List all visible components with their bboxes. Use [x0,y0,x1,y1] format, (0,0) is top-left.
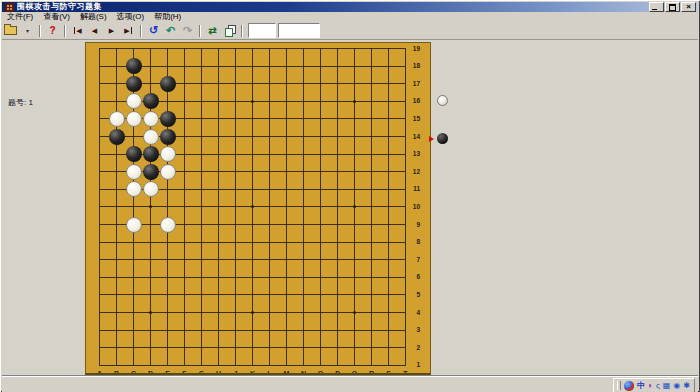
star-point [251,100,254,103]
toolbar-separator [39,25,41,37]
row-coordinate-label: 7 [404,256,420,264]
minimize-icon [652,9,657,10]
next-icon: ▶ [109,27,114,35]
row-coordinate-label: 4 [404,309,420,317]
white-stone[interactable] [160,164,176,180]
row-coordinate-label: 6 [404,273,420,281]
column-coordinate-label: O [317,370,325,375]
soft-keyboard-icon[interactable]: ▦ [663,381,671,391]
black-stone[interactable] [143,93,159,109]
question-mark-icon: ? [49,25,55,36]
swap-sides-button[interactable]: ⇄ [205,24,220,38]
column-coordinate-label: C [130,370,138,375]
column-coordinate-label: D [147,370,155,375]
white-stone[interactable] [126,181,142,197]
open-file-button[interactable] [3,24,18,38]
app-window: 围棋攻击与防守习题集 × 文件(F) 查看(V) 解题(S) 选项(O) 帮助(… [0,0,700,392]
white-stone[interactable] [126,93,142,109]
column-coordinate-label: M [283,370,291,375]
black-stone[interactable] [143,164,159,180]
restart-button[interactable]: ↺ [146,24,161,38]
toolbar: ▾ ? ◀ ◀ ▶ ▶ ↺ ↶ ↷ ⇄ [2,22,698,40]
column-coordinate-label: B [113,370,121,375]
menu-file[interactable]: 文件(F) [2,12,38,22]
white-stone[interactable] [160,146,176,162]
chinese-mode-icon[interactable]: 中 [637,381,645,391]
menu-options[interactable]: 选项(O) [112,12,150,22]
row-coordinate-label: 15 [404,115,420,123]
column-coordinate-label: F [181,370,189,375]
menu-help[interactable]: 帮助(H) [149,12,186,22]
white-stone[interactable] [126,217,142,233]
column-coordinate-label: H [215,370,223,375]
white-stone[interactable] [143,111,159,127]
row-coordinate-label: 11 [404,185,420,193]
toolbar-separator [241,25,243,37]
grip-handle-icon[interactable] [617,381,621,390]
row-coordinate-label: 14 [404,133,420,141]
row-coordinate-label: 13 [404,150,420,158]
black-player-indicator [437,133,448,144]
minimize-button[interactable] [649,2,664,12]
ime-punctuation-icon[interactable]: ς [656,381,660,391]
microphone-icon[interactable]: ◉ [673,381,680,391]
prev-problem-button[interactable]: ◀ [87,24,102,38]
swap-arrows-icon: ⇄ [208,25,216,36]
open-file-dropdown[interactable]: ▾ [20,24,35,38]
row-coordinate-label: 9 [404,221,420,229]
chevron-down-icon: ▾ [26,27,29,34]
black-stone[interactable] [126,146,142,162]
column-coordinate-label: A [96,370,104,375]
row-coordinate-label: 17 [404,80,420,88]
row-coordinate-label: 3 [404,326,420,334]
first-problem-button[interactable]: ◀ [70,24,85,38]
row-coordinate-label: 10 [404,203,420,211]
black-stone[interactable] [160,111,176,127]
column-coordinate-label: J [232,370,240,375]
problem-number-label: 题号: 1 [8,97,33,108]
window-title: 围棋攻击与防守习题集 [17,2,102,12]
last-problem-button[interactable]: ▶ [121,24,136,38]
next-problem-button[interactable]: ▶ [104,24,119,38]
column-coordinate-label: N [300,370,308,375]
white-stone[interactable] [109,111,125,127]
toolbar-separator [64,25,66,37]
turn-arrow-icon [429,136,434,142]
black-stone[interactable] [109,129,125,145]
language-globe-icon[interactable] [624,381,634,391]
column-coordinate-label: R [368,370,376,375]
column-coordinate-label: L [266,370,274,375]
first-icon: ◀ [73,27,81,35]
white-stone[interactable] [143,129,159,145]
title-bar[interactable]: 围棋攻击与防守习题集 × [2,2,698,12]
row-coordinate-label: 2 [404,344,420,352]
white-stone[interactable] [160,217,176,233]
column-coordinate-label: S [385,370,393,375]
star-point [353,311,356,314]
menu-solve[interactable]: 解题(S) [75,12,112,22]
settings-gear-icon[interactable]: ✱ [683,381,690,391]
white-player-indicator [437,95,448,106]
black-stone[interactable] [126,58,142,74]
column-coordinate-label: E [164,370,172,375]
redo-arrow-icon: ↷ [183,24,192,37]
status-bar: 中 ◗ ς ▦ ◉ ✱ [2,376,698,392]
menu-view[interactable]: 查看(V) [38,12,75,22]
black-stone[interactable] [160,76,176,92]
star-point [251,311,254,314]
close-button[interactable]: × [681,2,696,12]
white-stone[interactable] [126,164,142,180]
white-stone[interactable] [126,111,142,127]
row-coordinate-label: 18 [404,62,420,70]
row-coordinate-label: 16 [404,97,420,105]
move-number-input[interactable] [248,23,276,38]
row-coordinate-label: 12 [404,168,420,176]
refresh-icon: ↺ [149,24,158,37]
open-folder-icon [4,26,17,35]
black-stone[interactable] [143,146,159,162]
redo-button[interactable]: ↷ [180,24,195,38]
row-coordinate-label: 19 [404,45,420,53]
undo-arrow-icon: ↶ [166,24,175,37]
app-icon [5,3,14,12]
close-icon: × [682,2,695,11]
toolbar-separator [199,25,201,37]
column-coordinate-label: G [198,370,206,375]
ime-shape-icon[interactable]: ◗ [648,381,653,391]
star-point [149,311,152,314]
star-point [353,100,356,103]
row-coordinate-label: 5 [404,291,420,299]
answer-input[interactable] [278,23,320,38]
help-hint-button[interactable]: ? [45,24,60,38]
menu-bar: 文件(F) 查看(V) 解题(S) 选项(O) 帮助(H) [2,12,698,22]
black-stone[interactable] [160,129,176,145]
copy-position-button[interactable] [222,24,237,38]
previous-icon: ◀ [92,27,97,35]
restore-button[interactable] [665,2,680,12]
column-coordinate-label: K [249,370,257,375]
column-coordinate-label: Q [351,370,359,375]
row-coordinate-label: 1 [404,361,420,369]
window-controls: × [649,2,696,12]
copy-icon [225,25,235,36]
restore-icon [669,4,676,11]
black-stone[interactable] [126,76,142,92]
column-coordinate-label: P [334,370,342,375]
toolbar-separator [140,25,142,37]
column-coordinate-label: T [402,370,410,375]
undo-button[interactable]: ↶ [163,24,178,38]
go-board[interactable]: 19181716151413121110987654321ABCDEFGHJKL… [85,42,431,375]
ime-language-bar[interactable]: 中 ◗ ς ▦ ◉ ✱ [613,378,695,392]
row-coordinate-label: 8 [404,238,420,246]
last-icon: ▶ [124,27,132,35]
white-stone[interactable] [143,181,159,197]
